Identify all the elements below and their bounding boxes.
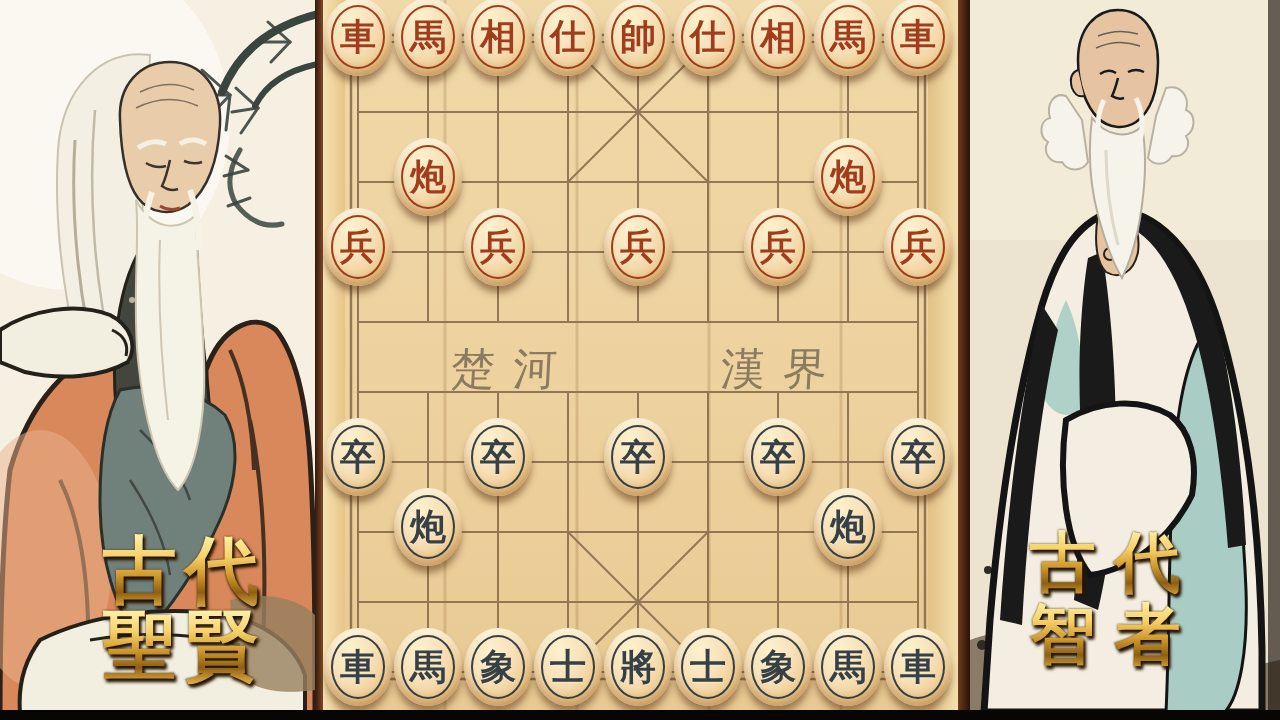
- piece-engraved-ring: 馬: [821, 635, 875, 699]
- piece-character: 士: [550, 649, 586, 685]
- piece-character: 炮: [830, 509, 866, 545]
- piece-engraved-ring: 卒: [331, 425, 385, 489]
- caption-char: 古: [1020, 527, 1105, 599]
- piece-black-elephant[interactable]: 象: [744, 628, 812, 706]
- piece-red-cannon[interactable]: 炮: [814, 138, 882, 216]
- piece-engraved-ring: 車: [331, 5, 385, 69]
- piece-red-general[interactable]: 帥: [604, 0, 672, 76]
- piece-character: 兵: [900, 229, 936, 265]
- piece-black-chariot[interactable]: 車: [324, 628, 392, 706]
- piece-engraved-ring: 兵: [471, 215, 525, 279]
- piece-black-soldier[interactable]: 卒: [464, 418, 532, 496]
- piece-character: 兵: [480, 229, 516, 265]
- piece-black-cannon[interactable]: 炮: [394, 488, 462, 566]
- piece-black-soldier[interactable]: 卒: [884, 418, 952, 496]
- piece-black-soldier[interactable]: 卒: [324, 418, 392, 496]
- pieces-layer: 車馬相仕帥仕相馬車炮炮兵兵兵兵兵卒卒卒卒卒炮炮車馬象士將士象馬車: [315, 0, 970, 720]
- piece-engraved-ring: 兵: [611, 215, 665, 279]
- piece-engraved-ring: 車: [891, 5, 945, 69]
- piece-character: 帥: [620, 19, 656, 55]
- piece-black-elephant[interactable]: 象: [464, 628, 532, 706]
- piece-red-horse[interactable]: 馬: [394, 0, 462, 76]
- piece-character: 車: [340, 19, 376, 55]
- piece-black-general[interactable]: 將: [604, 628, 672, 706]
- piece-engraved-ring: 象: [751, 635, 805, 699]
- xiangqi-board[interactable]: 楚河 漢界 車馬相仕帥仕相馬車炮炮兵兵兵兵兵卒卒卒卒卒炮炮車馬象士將士象馬車: [315, 0, 970, 720]
- piece-character: 仕: [690, 19, 726, 55]
- frame-shadow-edge: [1268, 0, 1280, 720]
- piece-engraved-ring: 兵: [331, 215, 385, 279]
- piece-black-chariot[interactable]: 車: [884, 628, 952, 706]
- piece-character: 兵: [620, 229, 656, 265]
- piece-black-advisor[interactable]: 士: [674, 628, 742, 706]
- piece-character: 將: [620, 649, 656, 685]
- piece-engraved-ring: 相: [471, 5, 525, 69]
- piece-engraved-ring: 馬: [401, 635, 455, 699]
- piece-engraved-ring: 士: [681, 635, 735, 699]
- piece-character: 卒: [620, 439, 656, 475]
- piece-engraved-ring: 兵: [751, 215, 805, 279]
- piece-red-elephant[interactable]: 相: [464, 0, 532, 76]
- piece-black-horse[interactable]: 馬: [814, 628, 882, 706]
- piece-black-soldier[interactable]: 卒: [744, 418, 812, 496]
- piece-engraved-ring: 卒: [611, 425, 665, 489]
- caption-char: 代: [1105, 527, 1190, 599]
- piece-red-soldier[interactable]: 兵: [604, 208, 672, 286]
- caption-char: 聖: [99, 609, 181, 684]
- piece-black-horse[interactable]: 馬: [394, 628, 462, 706]
- caption-char: 者: [1105, 599, 1190, 671]
- letterbox-bottom-bar: [0, 710, 1280, 720]
- piece-character: 卒: [900, 439, 936, 475]
- piece-character: 仕: [550, 19, 586, 55]
- piece-engraved-ring: 車: [331, 635, 385, 699]
- piece-character: 象: [760, 649, 796, 685]
- piece-black-cannon[interactable]: 炮: [814, 488, 882, 566]
- piece-character: 馬: [830, 19, 866, 55]
- piece-engraved-ring: 象: [471, 635, 525, 699]
- piece-red-elephant[interactable]: 相: [744, 0, 812, 76]
- piece-engraved-ring: 卒: [891, 425, 945, 489]
- piece-engraved-ring: 炮: [401, 145, 455, 209]
- left-caption-ancient-sage: 古 代 聖 賢: [99, 534, 263, 684]
- piece-engraved-ring: 帥: [611, 5, 665, 69]
- piece-red-soldier[interactable]: 兵: [324, 208, 392, 286]
- piece-engraved-ring: 馬: [401, 5, 455, 69]
- piece-red-advisor[interactable]: 仕: [534, 0, 602, 76]
- right-caption-ancient-wiseman: 古 代 智 者: [1020, 527, 1190, 671]
- piece-engraved-ring: 卒: [471, 425, 525, 489]
- piece-character: 兵: [760, 229, 796, 265]
- piece-character: 馬: [410, 649, 446, 685]
- piece-engraved-ring: 馬: [821, 5, 875, 69]
- piece-character: 炮: [410, 159, 446, 195]
- piece-red-soldier[interactable]: 兵: [884, 208, 952, 286]
- piece-engraved-ring: 士: [541, 635, 595, 699]
- piece-character: 相: [760, 19, 796, 55]
- caption-char: 智: [1020, 599, 1105, 671]
- piece-character: 卒: [480, 439, 516, 475]
- piece-character: 象: [480, 649, 516, 685]
- piece-engraved-ring: 炮: [821, 145, 875, 209]
- piece-character: 馬: [830, 649, 866, 685]
- piece-character: 炮: [830, 159, 866, 195]
- caption-char: 賢: [181, 609, 263, 684]
- piece-character: 車: [340, 649, 376, 685]
- piece-character: 卒: [760, 439, 796, 475]
- piece-red-horse[interactable]: 馬: [814, 0, 882, 76]
- piece-engraved-ring: 仕: [681, 5, 735, 69]
- piece-red-chariot[interactable]: 車: [324, 0, 392, 76]
- piece-engraved-ring: 卒: [751, 425, 805, 489]
- piece-character: 車: [900, 19, 936, 55]
- piece-character: 相: [480, 19, 516, 55]
- piece-character: 士: [690, 649, 726, 685]
- piece-character: 兵: [340, 229, 376, 265]
- piece-character: 卒: [340, 439, 376, 475]
- piece-red-advisor[interactable]: 仕: [674, 0, 742, 76]
- piece-engraved-ring: 炮: [401, 495, 455, 559]
- piece-red-chariot[interactable]: 車: [884, 0, 952, 76]
- sage-sleeve: [0, 309, 132, 377]
- piece-engraved-ring: 兵: [891, 215, 945, 279]
- piece-red-cannon[interactable]: 炮: [394, 138, 462, 216]
- piece-engraved-ring: 相: [751, 5, 805, 69]
- piece-character: 車: [900, 649, 936, 685]
- piece-black-soldier[interactable]: 卒: [604, 418, 672, 496]
- piece-engraved-ring: 仕: [541, 5, 595, 69]
- xiangqi-scene: 楚河 漢界 車馬相仕帥仕相馬車炮炮兵兵兵兵兵卒卒卒卒卒炮炮車馬象士將士象馬車 古…: [0, 0, 1280, 720]
- piece-red-soldier[interactable]: 兵: [744, 208, 812, 286]
- piece-character: 炮: [410, 509, 446, 545]
- piece-engraved-ring: 將: [611, 635, 665, 699]
- piece-black-advisor[interactable]: 士: [534, 628, 602, 706]
- piece-engraved-ring: 車: [891, 635, 945, 699]
- piece-character: 馬: [410, 19, 446, 55]
- piece-red-soldier[interactable]: 兵: [464, 208, 532, 286]
- piece-engraved-ring: 炮: [821, 495, 875, 559]
